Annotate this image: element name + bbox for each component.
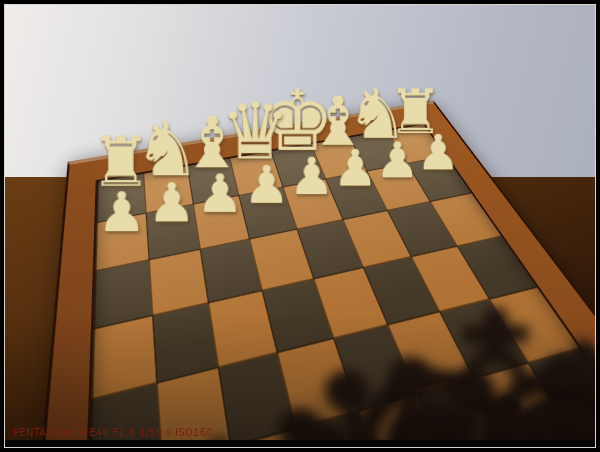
board-squares [76,124,596,448]
photo-frame: ♜♞♝♛♚♝♞♜♟♟♟♟♟♟♟♟♟♟♟♟♟♟♟♟♜♞♝♛♚♝♞♜ PENTAX … [0,0,600,452]
chess-board: ♜♞♝♛♚♝♞♜♟♟♟♟♟♟♟♟♟♟♟♟♟♟♟♟♜♞♝♛♚♝♞♜ [4,100,596,448]
exif-overlay-text: PENTAX Optio E40 F2.8 1/50 s ISO160 [13,427,213,438]
piece-white-knight: ♞ [293,78,461,150]
photo: ♜♞♝♛♚♝♞♜♟♟♟♟♟♟♟♟♟♟♟♟♟♟♟♟♜♞♝♛♚♝♞♜ PENTAX … [4,4,596,448]
piece-black-rook: ♜ [4,447,334,448]
bottom-bar [5,440,595,447]
scene: ♜♞♝♛♚♝♞♜♟♟♟♟♟♟♟♟♟♟♟♟♟♟♟♟♜♞♝♛♚♝♞♜ [5,5,595,447]
